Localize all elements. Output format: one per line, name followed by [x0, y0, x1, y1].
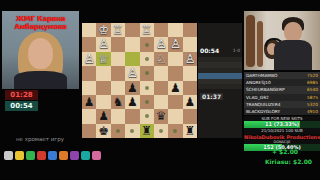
white-king[interactable]: ♔ [96, 23, 110, 37]
leaderboard-row: TRANQUILIZER45320 [244, 101, 320, 108]
move-row[interactable] [198, 84, 242, 89]
black-pawn[interactable]: ♟ [183, 95, 197, 109]
emote-gray[interactable] [4, 151, 13, 160]
donation-message: Kiriasu: $2.00 [265, 158, 312, 165]
square-b6[interactable]: ♕ [96, 52, 110, 66]
square-h5[interactable] [183, 66, 197, 80]
square-a1[interactable] [82, 124, 96, 138]
legal-move-dot [145, 100, 149, 104]
leaderboard-value: 7520 [307, 73, 318, 78]
square-f4[interactable] [154, 81, 168, 95]
leaderboard-row: SCHEURBANGERP6540 [244, 86, 320, 93]
square-h7[interactable] [183, 37, 197, 51]
square-f3[interactable] [154, 95, 168, 109]
square-f2[interactable]: ♛ [154, 109, 168, 123]
white-pawn[interactable]: ♙ [125, 66, 139, 80]
legal-move-dot [159, 129, 163, 133]
leaderboard-name: ANDRESJ10 [246, 80, 271, 85]
square-g3[interactable] [168, 95, 182, 109]
white-clock-time: 00:54 [200, 47, 219, 55]
sub-goal-text: 11 (73.33%) [244, 121, 320, 128]
guitar-icon [257, 21, 263, 67]
sub-goal-bar: 11 (73.33%) [244, 121, 320, 128]
chess-board[interactable]: ♔♖♖♙♙♙♙♕♘♙♙♟♟♟♞♟♟♟♛♚♜♜ [82, 23, 197, 138]
square-g4[interactable]: ♟ [168, 81, 182, 95]
legal-move-dot [130, 129, 134, 133]
legal-move-dot [145, 86, 149, 90]
square-b8[interactable]: ♔ [96, 23, 110, 37]
leaderboard-value: 5320 [307, 102, 318, 107]
square-b7[interactable]: ♙ [96, 37, 110, 51]
emote-teal[interactable] [81, 151, 90, 160]
streamer-torso [14, 71, 67, 89]
leaderboard-row: VLAD_G925875 [244, 94, 320, 101]
square-b5[interactable] [96, 66, 110, 80]
square-g2[interactable] [168, 109, 182, 123]
emote-green[interactable] [26, 151, 35, 160]
square-c4[interactable] [111, 81, 125, 95]
square-b2[interactable]: ♟ [96, 109, 110, 123]
square-d8[interactable] [125, 23, 139, 37]
square-c7[interactable] [111, 37, 125, 51]
black-queen[interactable]: ♛ [154, 109, 168, 123]
square-a4[interactable] [82, 81, 96, 95]
emote-orange[interactable] [59, 151, 68, 160]
square-c1[interactable] [111, 124, 125, 138]
square-e4[interactable] [140, 81, 154, 95]
leaderboard-name: TRANQUILIZER4 [246, 102, 280, 107]
square-h4[interactable] [183, 81, 197, 95]
move-list-panel: 00:54 1-0 01:37 [198, 23, 242, 138]
white-rook[interactable]: ♖ [111, 23, 125, 37]
square-a2[interactable] [82, 109, 96, 123]
leaderboard-value: 6985 [307, 80, 318, 85]
donation-amount: + $2.00 [272, 148, 298, 155]
square-a5[interactable] [82, 66, 96, 80]
square-d1[interactable] [125, 124, 139, 138]
legal-move-dot [145, 71, 149, 75]
black-king[interactable]: ♚ [96, 124, 110, 138]
white-clock: 00:54 1-0 [200, 47, 240, 55]
leaderboard-name: DARTHMAMBO [246, 73, 277, 78]
game-result: 1-0 [233, 47, 240, 55]
square-d2[interactable] [125, 109, 139, 123]
square-a6[interactable]: ♙ [82, 52, 96, 66]
legal-move-dot [145, 57, 149, 61]
square-h2[interactable] [183, 109, 197, 123]
square-c6[interactable] [111, 52, 125, 66]
square-f1[interactable] [154, 124, 168, 138]
legal-move-dot [173, 129, 177, 133]
square-e1[interactable]: ♜ [140, 124, 154, 138]
square-e7[interactable] [140, 37, 154, 51]
square-h3[interactable]: ♟ [183, 95, 197, 109]
emote-pink[interactable] [92, 151, 101, 160]
guitar-icon [246, 15, 255, 67]
white-pawn[interactable]: ♙ [154, 37, 168, 51]
overlay-clock-red: 01:28 [5, 90, 38, 100]
leaderboard-value: 5875 [307, 95, 318, 100]
brand-text: NikolaDubovik Productions [244, 134, 320, 140]
square-g5[interactable] [168, 66, 182, 80]
black-knight[interactable]: ♞ [111, 95, 125, 109]
leaderboard-name: VLAD_G92 [246, 95, 269, 100]
streamer-face [28, 38, 53, 69]
square-d3[interactable]: ♟ [125, 95, 139, 109]
emote-strip [4, 151, 101, 160]
square-h6[interactable]: ♙ [183, 52, 197, 66]
square-a7[interactable] [82, 37, 96, 51]
black-pawn[interactable]: ♟ [168, 81, 182, 95]
white-queen[interactable]: ♕ [96, 52, 110, 66]
emote-purple[interactable] [70, 151, 79, 160]
square-g6[interactable] [168, 52, 182, 66]
square-f8[interactable] [154, 23, 168, 37]
white-pawn[interactable]: ♙ [168, 37, 182, 51]
square-f7[interactable]: ♙ [154, 37, 168, 51]
leaderboard-value: 6540 [307, 87, 318, 92]
square-b4[interactable] [96, 81, 110, 95]
black-pawn[interactable]: ♟ [125, 95, 139, 109]
leaderboard-name: BLACKDYGLORY [246, 109, 280, 114]
stream-frame: ЖМГ Карина Амбарцумова 01:28 00:54 не хр… [0, 0, 320, 180]
legal-move-dot [145, 114, 149, 118]
white-knight[interactable]: ♘ [154, 52, 168, 66]
emote-yellow[interactable] [15, 151, 24, 160]
black-pawn[interactable]: ♟ [82, 95, 96, 109]
white-pawn[interactable]: ♙ [183, 52, 197, 66]
square-h8[interactable] [183, 23, 197, 37]
square-f5[interactable] [154, 66, 168, 80]
black-pawn[interactable]: ♟ [125, 81, 139, 95]
square-g1[interactable] [168, 124, 182, 138]
white-pawn[interactable]: ♙ [96, 37, 110, 51]
streamer-webcam-right [244, 11, 320, 70]
emote-red[interactable] [37, 151, 46, 160]
square-d7[interactable] [125, 37, 139, 51]
square-c2[interactable] [111, 109, 125, 123]
host-face [284, 22, 302, 42]
square-e8[interactable]: ♖ [140, 23, 154, 37]
square-g8[interactable] [168, 23, 182, 37]
white-rook[interactable]: ♖ [140, 23, 154, 37]
square-d6[interactable] [125, 52, 139, 66]
square-b3[interactable] [96, 95, 110, 109]
square-f6[interactable]: ♘ [154, 52, 168, 66]
chat-message: не хромает игру [16, 136, 64, 142]
overlay-clock-teal: 00:54 [5, 101, 38, 111]
black-clock: 01:37 [200, 93, 223, 100]
streamer-webcam-left: ЖМГ Карина Амбарцумова [2, 11, 79, 89]
white-pawn[interactable]: ♙ [82, 52, 96, 66]
square-g7[interactable]: ♙ [168, 37, 182, 51]
legal-move-dot [145, 43, 149, 47]
leaderboard-name: SCHEURBANGERP [246, 87, 285, 92]
square-e3[interactable] [140, 95, 154, 109]
legal-move-dot [116, 129, 120, 133]
square-a8[interactable] [82, 23, 96, 37]
leaderboard-row: BLACKDYGLORY4910 [244, 108, 320, 115]
square-d5[interactable]: ♙ [125, 66, 139, 80]
square-e6[interactable] [140, 52, 154, 66]
square-e2[interactable] [140, 109, 154, 123]
leaderboard: DARTHMAMBO7520ANDRESJ106985SCHEURBANGERP… [244, 72, 320, 115]
black-pawn[interactable]: ♟ [96, 109, 110, 123]
square-c5[interactable] [111, 66, 125, 80]
leaderboard-row: ANDRESJ106985 [244, 79, 320, 86]
black-rook[interactable]: ♜ [183, 124, 197, 138]
square-a3[interactable]: ♟ [82, 95, 96, 109]
host-torso [274, 40, 312, 70]
square-e5[interactable] [140, 66, 154, 80]
streamer-title: ЖМГ Карина Амбарцумова [2, 15, 79, 31]
square-b1[interactable]: ♚ [96, 124, 110, 138]
square-c8[interactable]: ♖ [111, 23, 125, 37]
square-h1[interactable]: ♜ [183, 124, 197, 138]
square-c3[interactable]: ♞ [111, 95, 125, 109]
emote-blue[interactable] [48, 151, 57, 160]
black-rook[interactable]: ♜ [140, 124, 154, 138]
goal-widgets: SUB FOR NEW SKITS 11 (73.33%) 21/10/2021… [244, 116, 320, 152]
square-d4[interactable]: ♟ [125, 81, 139, 95]
leaderboard-row: DARTHMAMBO7520 [244, 72, 320, 79]
leaderboard-value: 4910 [307, 109, 318, 114]
